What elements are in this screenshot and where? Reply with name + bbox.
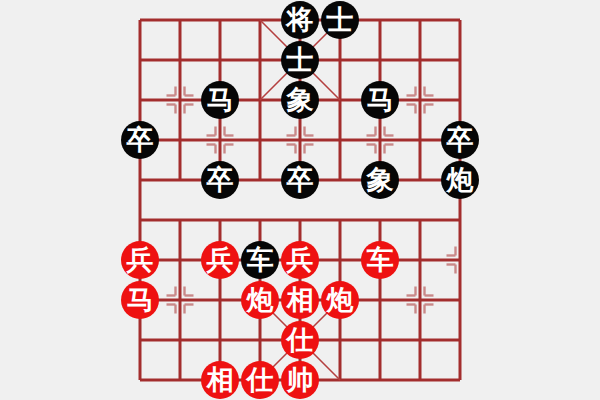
red-soldier-1[interactable]: 兵 [121,241,159,279]
black-elephant-2[interactable]: 象 [361,161,399,199]
red-elephant-1[interactable]: 相 [281,281,319,319]
red-advisor-2[interactable]: 仕 [241,361,279,399]
xiangqi-app: 将士士马象马卒卒卒卒象炮车兵兵兵车马炮相炮仕相仕帅 [0,0,600,400]
black-elephant-1[interactable]: 象 [281,81,319,119]
red-chariot-1[interactable]: 车 [361,241,399,279]
red-general[interactable]: 帅 [281,361,319,399]
black-chariot-1[interactable]: 车 [241,241,279,279]
black-general[interactable]: 将 [281,1,319,39]
red-cannon-1[interactable]: 炮 [241,281,279,319]
red-soldier-3[interactable]: 兵 [281,241,319,279]
black-soldier-2[interactable]: 卒 [441,121,479,159]
black-horse-1[interactable]: 马 [201,81,239,119]
red-elephant-2[interactable]: 相 [201,361,239,399]
black-cannon-1[interactable]: 炮 [441,161,479,199]
red-cannon-2[interactable]: 炮 [321,281,359,319]
black-advisor-1[interactable]: 士 [321,1,359,39]
black-soldier-3[interactable]: 卒 [201,161,239,199]
red-advisor-1[interactable]: 仕 [281,321,319,359]
black-horse-2[interactable]: 马 [361,81,399,119]
red-soldier-2[interactable]: 兵 [201,241,239,279]
black-soldier-1[interactable]: 卒 [121,121,159,159]
black-advisor-2[interactable]: 士 [281,41,319,79]
black-soldier-4[interactable]: 卒 [281,161,319,199]
red-horse-1[interactable]: 马 [121,281,159,319]
